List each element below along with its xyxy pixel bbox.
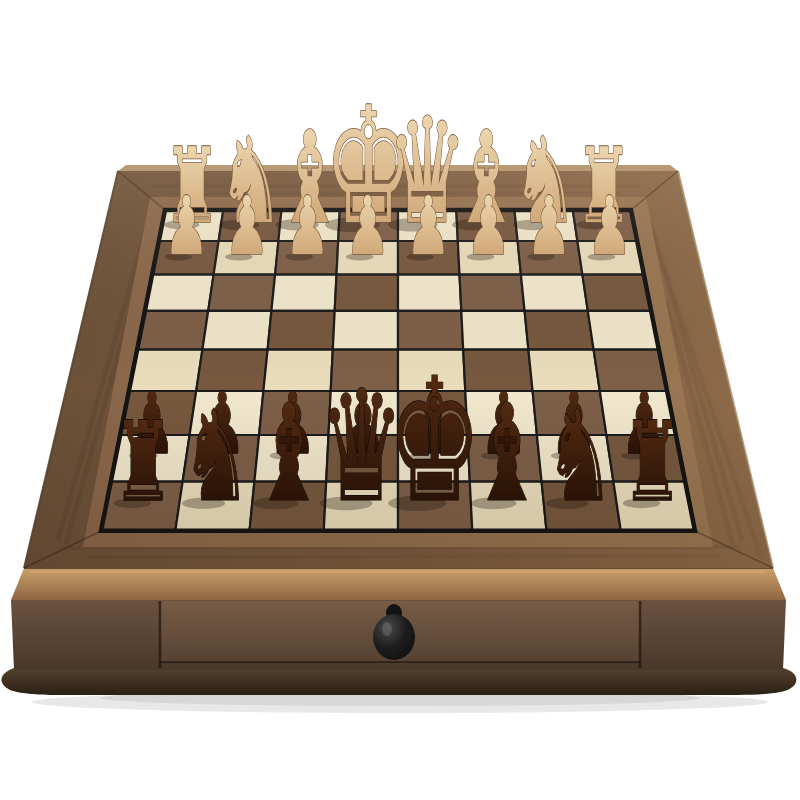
piece-bB-c8[interactable]: ♝	[470, 376, 544, 531]
square-b4[interactable]	[525, 311, 594, 350]
piece-wP-h2[interactable]: ♟	[164, 178, 209, 273]
piece-wP-c2[interactable]: ♟	[466, 178, 511, 273]
piece-bK-d8[interactable]: ♚	[387, 342, 482, 542]
drawer-knob[interactable]	[373, 614, 415, 660]
piece-bB-f8[interactable]: ♝	[252, 376, 326, 531]
square-b3[interactable]	[521, 275, 588, 311]
wood-grain-streak	[60, 547, 740, 548]
wood-grain-streak	[90, 556, 720, 557]
square-e3[interactable]	[335, 275, 398, 311]
piece-wP-g2[interactable]: ♟	[224, 178, 269, 273]
square-g4[interactable]	[202, 311, 271, 350]
square-a4[interactable]	[588, 311, 659, 350]
square-f4[interactable]	[268, 311, 335, 350]
piece-wP-f2[interactable]: ♟	[285, 178, 330, 273]
square-h3[interactable]	[145, 275, 214, 311]
square-h4[interactable]	[137, 311, 208, 350]
piece-bN-g8[interactable]: ♞	[181, 384, 251, 531]
square-g3[interactable]	[208, 275, 275, 311]
piece-bR-h8[interactable]: ♜	[113, 398, 174, 527]
knob-highlight	[382, 622, 392, 636]
chess-set-product-photo: ♜♞♝♚♛♝♞♜♟♟♟♟♟♟♟♟♟♟♟♟♟♟♟♟♜♞♝♛♚♝♞♜	[0, 0, 800, 800]
chess-board: ♜♞♝♚♛♝♞♜♟♟♟♟♟♟♟♟♟♟♟♟♟♟♟♟♜♞♝♛♚♝♞♜	[0, 0, 800, 800]
square-a3[interactable]	[582, 275, 651, 311]
square-f3[interactable]	[271, 275, 336, 311]
piece-bR-a8[interactable]: ♜	[622, 398, 683, 527]
base-moulding	[1, 668, 796, 695]
square-d3[interactable]	[398, 275, 461, 311]
piece-wP-a2[interactable]: ♟	[587, 178, 632, 273]
piece-wP-b2[interactable]: ♟	[527, 178, 572, 273]
piece-bN-b8[interactable]: ♞	[545, 384, 615, 531]
piece-wP-d2[interactable]: ♟	[406, 178, 451, 273]
piece-wP-e2[interactable]: ♟	[345, 178, 390, 273]
square-c3[interactable]	[460, 275, 525, 311]
